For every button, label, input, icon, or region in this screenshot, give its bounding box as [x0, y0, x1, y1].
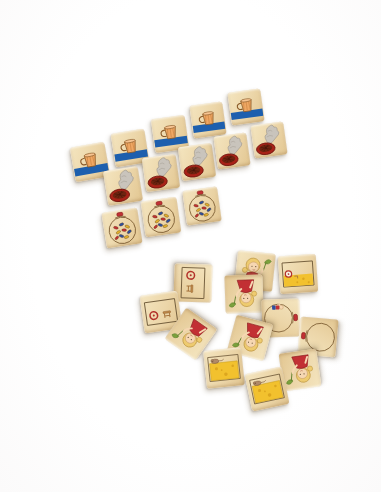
tile-candy-jar[interactable] [141, 197, 182, 238]
tile-cheese-room[interactable] [278, 254, 319, 295]
photo-background [0, 0, 381, 492]
tile-candy-jar[interactable] [101, 207, 142, 248]
tile-cup-water[interactable] [227, 88, 264, 125]
mouse-cheese-icon [203, 347, 245, 389]
tile-girl[interactable] [224, 274, 263, 313]
tile-steaming-pot[interactable] [213, 132, 250, 169]
steaming-pot-icon [103, 166, 143, 206]
candy-jar-icon [141, 197, 182, 238]
tile-steaming-pot[interactable] [142, 154, 180, 192]
room-stool-icon [173, 263, 212, 302]
candy-jar-icon [101, 207, 142, 248]
tile-room-stool[interactable] [173, 263, 212, 302]
tile-cup-water[interactable] [189, 101, 226, 138]
steaming-pot-icon [178, 143, 216, 181]
tile-candy-jar[interactable] [182, 186, 222, 226]
tile-mouse-cheese[interactable] [244, 366, 289, 411]
steaming-pot-icon [250, 121, 287, 158]
mouse-cheese-icon [244, 366, 289, 411]
steaming-pot-icon [142, 154, 180, 192]
tile-steaming-pot[interactable] [103, 166, 143, 206]
steaming-pot-icon [213, 132, 250, 169]
cup-water-icon [189, 101, 226, 138]
candy-jar-icon [182, 186, 222, 226]
tile-steaming-pot[interactable] [178, 143, 216, 181]
cheese-room-icon [278, 254, 319, 295]
girl-icon [224, 274, 263, 313]
cup-water-icon [227, 88, 264, 125]
tile-mouse-cheese[interactable] [203, 347, 245, 389]
tile-steaming-pot[interactable] [250, 121, 287, 158]
